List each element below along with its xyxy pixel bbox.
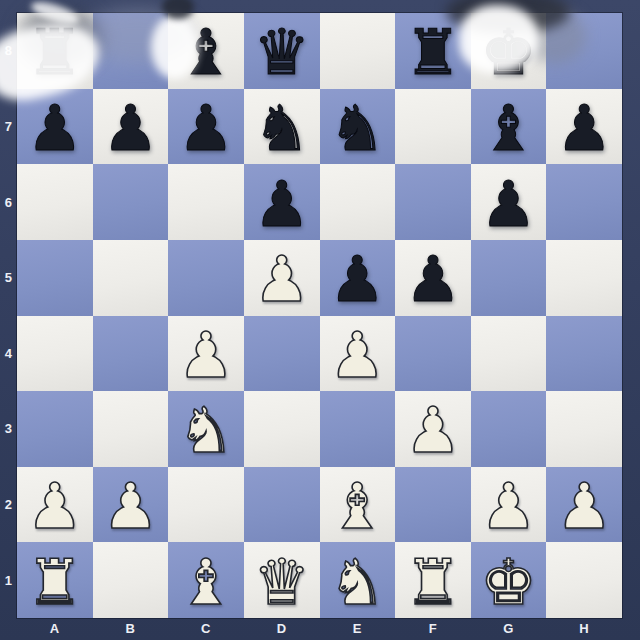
file-label-f: F bbox=[395, 616, 471, 640]
square-a2[interactable]: ♟ bbox=[17, 467, 93, 543]
square-a3[interactable] bbox=[17, 391, 93, 467]
square-c8[interactable]: ♝ bbox=[168, 13, 244, 89]
square-c7[interactable]: ♟ bbox=[168, 89, 244, 165]
piece-black-knight[interactable]: ♞ bbox=[253, 97, 309, 160]
square-h6[interactable] bbox=[546, 164, 622, 240]
piece-white-pawn[interactable]: ♟ bbox=[329, 324, 385, 387]
square-f7[interactable] bbox=[395, 89, 471, 165]
square-a8[interactable]: ♜ bbox=[17, 13, 93, 89]
square-d7[interactable]: ♞ bbox=[244, 89, 320, 165]
square-g8[interactable]: ♚ bbox=[471, 13, 547, 89]
square-b2[interactable]: ♟ bbox=[93, 467, 169, 543]
piece-black-rook[interactable]: ♜ bbox=[27, 21, 83, 84]
square-d3[interactable] bbox=[244, 391, 320, 467]
square-h5[interactable] bbox=[546, 240, 622, 316]
file-label-d: D bbox=[244, 616, 320, 640]
square-b5[interactable] bbox=[93, 240, 169, 316]
square-g6[interactable]: ♟ bbox=[471, 164, 547, 240]
piece-white-bishop[interactable]: ♝ bbox=[178, 551, 234, 614]
piece-black-pawn[interactable]: ♟ bbox=[178, 97, 234, 160]
rank-label-8: 8 bbox=[0, 13, 17, 89]
piece-white-pawn[interactable]: ♟ bbox=[480, 475, 536, 538]
piece-white-rook[interactable]: ♜ bbox=[27, 551, 83, 614]
square-f6[interactable] bbox=[395, 164, 471, 240]
piece-white-pawn[interactable]: ♟ bbox=[405, 399, 461, 462]
square-d4[interactable] bbox=[244, 316, 320, 392]
piece-white-pawn[interactable]: ♟ bbox=[178, 324, 234, 387]
square-c5[interactable] bbox=[168, 240, 244, 316]
square-e7[interactable]: ♞ bbox=[320, 89, 396, 165]
square-e1[interactable]: ♞ bbox=[320, 542, 396, 618]
square-c2[interactable] bbox=[168, 467, 244, 543]
square-f1[interactable]: ♜ bbox=[395, 542, 471, 618]
square-d8[interactable]: ♛ bbox=[244, 13, 320, 89]
piece-white-bishop[interactable]: ♝ bbox=[329, 475, 385, 538]
square-e2[interactable]: ♝ bbox=[320, 467, 396, 543]
piece-black-knight[interactable]: ♞ bbox=[329, 97, 385, 160]
square-c3[interactable]: ♞ bbox=[168, 391, 244, 467]
square-f4[interactable] bbox=[395, 316, 471, 392]
square-d5[interactable]: ♟ bbox=[244, 240, 320, 316]
square-h2[interactable]: ♟ bbox=[546, 467, 622, 543]
square-h8[interactable] bbox=[546, 13, 622, 89]
rank-label-3: 3 bbox=[0, 391, 17, 467]
square-e4[interactable]: ♟ bbox=[320, 316, 396, 392]
piece-black-queen[interactable]: ♛ bbox=[253, 21, 309, 84]
rank-label-2: 2 bbox=[0, 467, 17, 543]
file-label-c: C bbox=[168, 616, 244, 640]
file-coordinates: A B C D E F G H bbox=[17, 616, 622, 640]
piece-white-pawn[interactable]: ♟ bbox=[27, 475, 83, 538]
file-label-g: G bbox=[471, 616, 547, 640]
rank-label-1: 1 bbox=[0, 542, 17, 618]
square-a1[interactable]: ♜ bbox=[17, 542, 93, 618]
piece-white-knight[interactable]: ♞ bbox=[329, 551, 385, 614]
piece-white-pawn[interactable]: ♟ bbox=[556, 475, 612, 538]
square-g2[interactable]: ♟ bbox=[471, 467, 547, 543]
rank-label-7: 7 bbox=[0, 89, 17, 165]
piece-black-pawn[interactable]: ♟ bbox=[27, 97, 83, 160]
piece-black-pawn[interactable]: ♟ bbox=[556, 97, 612, 160]
square-g7[interactable]: ♝ bbox=[471, 89, 547, 165]
piece-white-rook[interactable]: ♜ bbox=[405, 551, 461, 614]
square-e8[interactable] bbox=[320, 13, 396, 89]
square-h4[interactable] bbox=[546, 316, 622, 392]
file-label-b: B bbox=[93, 616, 169, 640]
square-b7[interactable]: ♟ bbox=[93, 89, 169, 165]
piece-white-knight[interactable]: ♞ bbox=[178, 399, 234, 462]
square-h7[interactable]: ♟ bbox=[546, 89, 622, 165]
chess-diagram: ♜♝♛♜♚♟♟♟♞♞♝♟♟♟♟♟♟♟♟♞♟♟♟♝♟♟♜♝♛♞♜♚ 8 7 6 5… bbox=[0, 0, 640, 640]
square-b1[interactable] bbox=[93, 542, 169, 618]
square-c1[interactable]: ♝ bbox=[168, 542, 244, 618]
square-d2[interactable] bbox=[244, 467, 320, 543]
piece-black-bishop[interactable]: ♝ bbox=[178, 21, 234, 84]
piece-white-king[interactable]: ♚ bbox=[480, 551, 536, 614]
square-a7[interactable]: ♟ bbox=[17, 89, 93, 165]
file-label-h: H bbox=[546, 616, 622, 640]
square-c6[interactable] bbox=[168, 164, 244, 240]
square-d6[interactable]: ♟ bbox=[244, 164, 320, 240]
piece-black-bishop[interactable]: ♝ bbox=[480, 97, 536, 160]
piece-black-pawn[interactable]: ♟ bbox=[405, 248, 461, 311]
square-g5[interactable] bbox=[471, 240, 547, 316]
square-b6[interactable] bbox=[93, 164, 169, 240]
square-b8[interactable] bbox=[93, 13, 169, 89]
rank-label-4: 4 bbox=[0, 316, 17, 392]
square-f8[interactable]: ♜ bbox=[395, 13, 471, 89]
rank-label-5: 5 bbox=[0, 240, 17, 316]
piece-black-pawn[interactable]: ♟ bbox=[102, 97, 158, 160]
square-g1[interactable]: ♚ bbox=[471, 542, 547, 618]
square-f5[interactable]: ♟ bbox=[395, 240, 471, 316]
piece-black-rook[interactable]: ♜ bbox=[405, 21, 461, 84]
piece-black-pawn[interactable]: ♟ bbox=[253, 173, 309, 236]
square-g4[interactable] bbox=[471, 316, 547, 392]
piece-black-king[interactable]: ♚ bbox=[480, 21, 536, 84]
square-e6[interactable] bbox=[320, 164, 396, 240]
file-label-e: E bbox=[320, 616, 396, 640]
square-e3[interactable] bbox=[320, 391, 396, 467]
square-f3[interactable]: ♟ bbox=[395, 391, 471, 467]
square-e5[interactable]: ♟ bbox=[320, 240, 396, 316]
square-b4[interactable] bbox=[93, 316, 169, 392]
piece-white-pawn[interactable]: ♟ bbox=[102, 475, 158, 538]
piece-black-pawn[interactable]: ♟ bbox=[329, 248, 385, 311]
chess-board: ♜♝♛♜♚♟♟♟♞♞♝♟♟♟♟♟♟♟♟♞♟♟♟♝♟♟♜♝♛♞♜♚ bbox=[17, 13, 622, 618]
square-g3[interactable] bbox=[471, 391, 547, 467]
square-a5[interactable] bbox=[17, 240, 93, 316]
square-a4[interactable] bbox=[17, 316, 93, 392]
square-h1[interactable] bbox=[546, 542, 622, 618]
rank-coordinates: 8 7 6 5 4 3 2 1 bbox=[0, 13, 17, 618]
square-a6[interactable] bbox=[17, 164, 93, 240]
rank-label-6: 6 bbox=[0, 164, 17, 240]
piece-black-pawn[interactable]: ♟ bbox=[480, 173, 536, 236]
square-c4[interactable]: ♟ bbox=[168, 316, 244, 392]
square-d1[interactable]: ♛ bbox=[244, 542, 320, 618]
piece-white-pawn[interactable]: ♟ bbox=[253, 248, 309, 311]
square-h3[interactable] bbox=[546, 391, 622, 467]
file-label-a: A bbox=[17, 616, 93, 640]
piece-white-queen[interactable]: ♛ bbox=[253, 551, 309, 614]
square-f2[interactable] bbox=[395, 467, 471, 543]
square-b3[interactable] bbox=[93, 391, 169, 467]
